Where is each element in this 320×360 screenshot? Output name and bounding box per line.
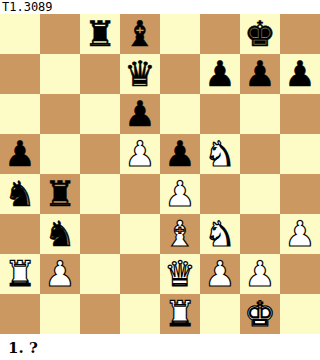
square-b2[interactable]: ♟ [40, 254, 80, 294]
square-f1[interactable] [200, 294, 240, 334]
black-rook-icon: ♜ [44, 174, 75, 214]
black-queen-icon: ♛ [124, 54, 155, 94]
square-g4[interactable] [240, 174, 280, 214]
square-f5[interactable]: ♞ [200, 134, 240, 174]
square-d1[interactable] [120, 294, 160, 334]
square-h8[interactable] [280, 14, 320, 54]
square-a4[interactable]: ♞ [0, 174, 40, 214]
white-pawn-icon: ♟ [164, 174, 195, 214]
black-pawn-icon: ♟ [164, 134, 195, 174]
white-king-icon: ♚ [244, 294, 275, 334]
square-c5[interactable] [80, 134, 120, 174]
square-d8[interactable]: ♝ [120, 14, 160, 54]
square-a5[interactable]: ♟ [0, 134, 40, 174]
white-knight-icon: ♞ [204, 214, 235, 254]
square-e5[interactable]: ♟ [160, 134, 200, 174]
black-pawn-icon: ♟ [124, 94, 155, 134]
square-d4[interactable] [120, 174, 160, 214]
square-g8[interactable]: ♚ [240, 14, 280, 54]
square-c1[interactable] [80, 294, 120, 334]
square-g3[interactable] [240, 214, 280, 254]
white-bishop-icon: ♝ [164, 214, 195, 254]
white-pawn-icon: ♟ [204, 254, 235, 294]
square-c3[interactable] [80, 214, 120, 254]
black-knight-icon: ♞ [4, 174, 35, 214]
white-pawn-icon: ♟ [284, 214, 315, 254]
black-knight-icon: ♞ [44, 214, 75, 254]
square-a8[interactable] [0, 14, 40, 54]
square-b1[interactable] [40, 294, 80, 334]
black-pawn-icon: ♟ [244, 54, 275, 94]
square-f7[interactable]: ♟ [200, 54, 240, 94]
square-g7[interactable]: ♟ [240, 54, 280, 94]
move-prompt: 1. ? [0, 334, 320, 360]
black-king-icon: ♚ [244, 14, 275, 54]
square-f4[interactable] [200, 174, 240, 214]
square-e1[interactable]: ♜ [160, 294, 200, 334]
white-knight-icon: ♞ [204, 134, 235, 174]
square-e3[interactable]: ♝ [160, 214, 200, 254]
white-rook-icon: ♜ [164, 294, 195, 334]
square-g1[interactable]: ♚ [240, 294, 280, 334]
square-g6[interactable] [240, 94, 280, 134]
square-h3[interactable]: ♟ [280, 214, 320, 254]
square-h7[interactable]: ♟ [280, 54, 320, 94]
square-d3[interactable] [120, 214, 160, 254]
white-queen-icon: ♛ [164, 254, 195, 294]
square-b4[interactable]: ♜ [40, 174, 80, 214]
square-c8[interactable]: ♜ [80, 14, 120, 54]
white-rook-icon: ♜ [4, 254, 35, 294]
square-e8[interactable] [160, 14, 200, 54]
square-b8[interactable] [40, 14, 80, 54]
square-a2[interactable]: ♜ [0, 254, 40, 294]
white-pawn-icon: ♟ [44, 254, 75, 294]
square-b5[interactable] [40, 134, 80, 174]
square-c2[interactable] [80, 254, 120, 294]
square-h6[interactable] [280, 94, 320, 134]
square-f3[interactable]: ♞ [200, 214, 240, 254]
black-bishop-icon: ♝ [124, 14, 155, 54]
square-g2[interactable]: ♟ [240, 254, 280, 294]
square-a1[interactable] [0, 294, 40, 334]
square-h4[interactable] [280, 174, 320, 214]
square-e4[interactable]: ♟ [160, 174, 200, 214]
puzzle-id: T1.3089 [0, 0, 320, 14]
square-e2[interactable]: ♛ [160, 254, 200, 294]
square-f2[interactable]: ♟ [200, 254, 240, 294]
square-e6[interactable] [160, 94, 200, 134]
black-rook-icon: ♜ [84, 14, 115, 54]
chess-board: ♜♝♚♛♟♟♟♟♟♟♟♞♞♜♟♞♝♞♟♜♟♛♟♟♜♚ [0, 14, 320, 334]
square-d6[interactable]: ♟ [120, 94, 160, 134]
square-d2[interactable] [120, 254, 160, 294]
square-b6[interactable] [40, 94, 80, 134]
square-g5[interactable] [240, 134, 280, 174]
square-c6[interactable] [80, 94, 120, 134]
square-f8[interactable] [200, 14, 240, 54]
square-a7[interactable] [0, 54, 40, 94]
square-h1[interactable] [280, 294, 320, 334]
black-pawn-icon: ♟ [284, 54, 315, 94]
square-c7[interactable] [80, 54, 120, 94]
square-h2[interactable] [280, 254, 320, 294]
black-pawn-icon: ♟ [4, 134, 35, 174]
square-e7[interactable] [160, 54, 200, 94]
square-b7[interactable] [40, 54, 80, 94]
square-f6[interactable] [200, 94, 240, 134]
square-d5[interactable]: ♟ [120, 134, 160, 174]
white-pawn-icon: ♟ [244, 254, 275, 294]
square-a3[interactable] [0, 214, 40, 254]
square-d7[interactable]: ♛ [120, 54, 160, 94]
square-a6[interactable] [0, 94, 40, 134]
square-b3[interactable]: ♞ [40, 214, 80, 254]
white-pawn-icon: ♟ [124, 134, 155, 174]
black-pawn-icon: ♟ [204, 54, 235, 94]
square-h5[interactable] [280, 134, 320, 174]
square-c4[interactable] [80, 174, 120, 214]
